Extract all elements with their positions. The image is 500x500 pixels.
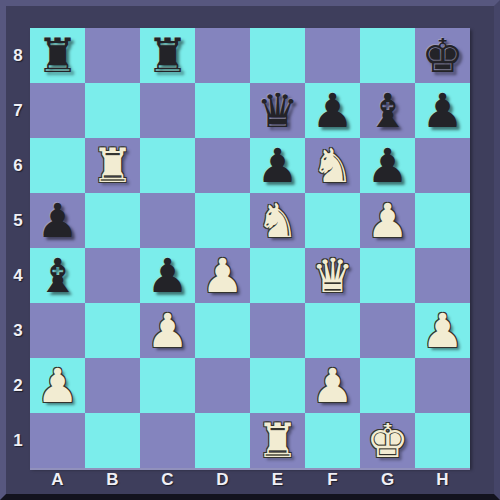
square-b5[interactable] <box>85 193 140 248</box>
square-e3[interactable] <box>250 303 305 358</box>
rank-label-8: 8 <box>6 28 30 83</box>
square-a6[interactable] <box>30 138 85 193</box>
white-knight[interactable]: ♞ <box>311 138 353 193</box>
square-c6[interactable] <box>140 138 195 193</box>
rank-labels: 87654321 <box>6 28 30 468</box>
square-c7[interactable] <box>140 83 195 138</box>
square-b7[interactable] <box>85 83 140 138</box>
black-rook[interactable]: ♜ <box>36 28 78 83</box>
file-label-e: E <box>250 468 305 492</box>
black-pawn[interactable]: ♟ <box>311 83 353 138</box>
square-a7[interactable] <box>30 83 85 138</box>
square-b6[interactable]: ♜ <box>85 138 140 193</box>
rank-label-6: 6 <box>6 138 30 193</box>
square-f7[interactable]: ♟ <box>305 83 360 138</box>
square-h3[interactable]: ♟ <box>415 303 470 358</box>
square-b3[interactable] <box>85 303 140 358</box>
square-b1[interactable] <box>85 413 140 468</box>
square-c5[interactable] <box>140 193 195 248</box>
square-c4[interactable]: ♟ <box>140 248 195 303</box>
file-label-g: G <box>360 468 415 492</box>
square-d8[interactable] <box>195 28 250 83</box>
square-b2[interactable] <box>85 358 140 413</box>
square-c3[interactable]: ♟ <box>140 303 195 358</box>
black-pawn[interactable]: ♟ <box>421 83 463 138</box>
square-f3[interactable] <box>305 303 360 358</box>
square-d3[interactable] <box>195 303 250 358</box>
white-king[interactable]: ♚ <box>366 413 408 468</box>
square-a5[interactable]: ♟ <box>30 193 85 248</box>
file-labels: ABCDEFGH <box>30 468 470 492</box>
rank-label-2: 2 <box>6 358 30 413</box>
square-d7[interactable] <box>195 83 250 138</box>
square-e1[interactable]: ♜ <box>250 413 305 468</box>
rank-label-7: 7 <box>6 83 30 138</box>
square-h5[interactable] <box>415 193 470 248</box>
white-pawn[interactable]: ♟ <box>36 358 78 413</box>
square-c2[interactable] <box>140 358 195 413</box>
file-label-h: H <box>415 468 470 492</box>
white-pawn[interactable]: ♟ <box>421 303 463 358</box>
square-h1[interactable] <box>415 413 470 468</box>
square-d5[interactable] <box>195 193 250 248</box>
square-h7[interactable]: ♟ <box>415 83 470 138</box>
black-bishop[interactable]: ♝ <box>366 83 408 138</box>
square-c8[interactable]: ♜ <box>140 28 195 83</box>
square-a4[interactable]: ♝ <box>30 248 85 303</box>
square-e6[interactable]: ♟ <box>250 138 305 193</box>
square-f8[interactable] <box>305 28 360 83</box>
square-f5[interactable] <box>305 193 360 248</box>
square-c1[interactable] <box>140 413 195 468</box>
square-d4[interactable]: ♟ <box>195 248 250 303</box>
square-b4[interactable] <box>85 248 140 303</box>
square-e7[interactable]: ♛ <box>250 83 305 138</box>
square-a2[interactable]: ♟ <box>30 358 85 413</box>
white-pawn[interactable]: ♟ <box>366 193 408 248</box>
square-h2[interactable] <box>415 358 470 413</box>
file-label-a: A <box>30 468 85 492</box>
square-d1[interactable] <box>195 413 250 468</box>
square-a1[interactable] <box>30 413 85 468</box>
black-pawn[interactable]: ♟ <box>366 138 408 193</box>
square-b8[interactable] <box>85 28 140 83</box>
black-bishop[interactable]: ♝ <box>36 248 78 303</box>
square-a8[interactable]: ♜ <box>30 28 85 83</box>
square-g3[interactable] <box>360 303 415 358</box>
square-g4[interactable] <box>360 248 415 303</box>
white-rook[interactable]: ♜ <box>91 138 133 193</box>
square-g8[interactable] <box>360 28 415 83</box>
white-pawn[interactable]: ♟ <box>201 248 243 303</box>
white-rook[interactable]: ♜ <box>256 413 298 468</box>
square-g5[interactable]: ♟ <box>360 193 415 248</box>
rank-label-1: 1 <box>6 413 30 468</box>
square-h4[interactable] <box>415 248 470 303</box>
square-f1[interactable] <box>305 413 360 468</box>
rank-label-3: 3 <box>6 303 30 358</box>
rank-label-5: 5 <box>6 193 30 248</box>
black-queen[interactable]: ♛ <box>256 83 298 138</box>
black-rook[interactable]: ♜ <box>146 28 188 83</box>
black-pawn[interactable]: ♟ <box>36 193 78 248</box>
white-pawn[interactable]: ♟ <box>146 303 188 358</box>
file-label-c: C <box>140 468 195 492</box>
square-a3[interactable] <box>30 303 85 358</box>
square-e5[interactable]: ♞ <box>250 193 305 248</box>
rank-label-4: 4 <box>6 248 30 303</box>
square-f6[interactable]: ♞ <box>305 138 360 193</box>
square-g2[interactable] <box>360 358 415 413</box>
square-e4[interactable] <box>250 248 305 303</box>
square-e2[interactable] <box>250 358 305 413</box>
square-f2[interactable]: ♟ <box>305 358 360 413</box>
square-e8[interactable] <box>250 28 305 83</box>
white-queen[interactable]: ♛ <box>311 248 353 303</box>
square-f4[interactable]: ♛ <box>305 248 360 303</box>
black-pawn[interactable]: ♟ <box>146 248 188 303</box>
square-d6[interactable] <box>195 138 250 193</box>
square-g1[interactable]: ♚ <box>360 413 415 468</box>
chess-board: ♜♜♚♛♟♝♟♜♟♞♟♟♞♟♝♟♟♛♟♟♟♟♜♚ <box>30 28 470 468</box>
white-knight[interactable]: ♞ <box>256 193 298 248</box>
square-h6[interactable] <box>415 138 470 193</box>
black-pawn[interactable]: ♟ <box>256 138 298 193</box>
file-label-d: D <box>195 468 250 492</box>
square-d2[interactable] <box>195 358 250 413</box>
black-king[interactable]: ♚ <box>421 28 463 83</box>
square-g7[interactable]: ♝ <box>360 83 415 138</box>
square-h8[interactable]: ♚ <box>415 28 470 83</box>
file-label-f: F <box>305 468 360 492</box>
chess-board-frame: 87654321 ♜♜♚♛♟♝♟♜♟♞♟♟♞♟♝♟♟♛♟♟♟♟♜♚ ABCDEF… <box>0 0 500 500</box>
square-g6[interactable]: ♟ <box>360 138 415 193</box>
white-pawn[interactable]: ♟ <box>311 358 353 413</box>
file-label-b: B <box>85 468 140 492</box>
